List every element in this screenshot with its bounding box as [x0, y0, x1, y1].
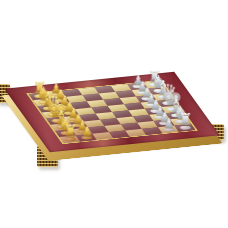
gold-rook: ♜ — [63, 123, 77, 139]
product-photo-chess-set: ♜♜♟♟♟♟♜♜♞♞♟♟♟♟♞♞♝♝♟♟♟♟♝♝♛♛♟♟♟♟♛♛♚♚♟♟♟♟♚♚… — [0, 0, 228, 228]
board-square: ♜♜ — [174, 124, 195, 132]
silver-pawn: ♟ — [163, 116, 175, 129]
chess-board-grid: ♜♜♟♟♟♟♜♜♞♞♟♟♟♟♞♞♝♝♟♟♟♟♝♝♛♛♟♟♟♟♛♛♚♚♟♟♟♟♚♚… — [26, 80, 197, 144]
board-square: ♜♜ — [60, 135, 81, 143]
board-square: ♟♟ — [158, 126, 179, 134]
board-square — [108, 104, 129, 112]
board-square — [142, 127, 163, 135]
silver-rook: ♜ — [178, 112, 192, 128]
gold-pawn: ♟ — [81, 125, 93, 138]
chess-board: ♜♜♟♟♟♟♜♜♞♞♟♟♟♟♞♞♝♝♟♟♟♟♝♝♛♛♟♟♟♟♛♛♚♚♟♟♟♟♚♚… — [4, 72, 220, 153]
board-square — [92, 132, 113, 140]
